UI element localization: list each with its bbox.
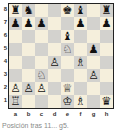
rank-label-2: 2 bbox=[1, 81, 7, 94]
rank-label-3: 3 bbox=[1, 68, 7, 81]
square-h8: ♜ bbox=[100, 4, 113, 17]
square-c4 bbox=[35, 56, 48, 69]
white-rook-icon: ♖ bbox=[10, 95, 20, 108]
square-g1 bbox=[87, 95, 100, 108]
rank-label-7: 7 bbox=[1, 16, 7, 29]
file-label-e: e bbox=[61, 110, 74, 119]
white-queen-icon: ♕ bbox=[62, 82, 72, 95]
file-label-g: g bbox=[87, 110, 100, 119]
black-knight-icon: ♞ bbox=[23, 4, 33, 17]
square-d3 bbox=[48, 69, 61, 82]
black-rook-icon: ♜ bbox=[101, 4, 111, 17]
square-d6 bbox=[48, 30, 61, 43]
square-c1 bbox=[35, 95, 48, 108]
black-bishop-icon: ♝ bbox=[62, 30, 72, 43]
square-g8 bbox=[87, 4, 100, 17]
black-pawn-icon: ♟ bbox=[10, 17, 20, 30]
white-bishop-icon: ♗ bbox=[75, 95, 85, 108]
chess-diagram: 87654321 ♜♞♚♝♜♟♟♟♟♟♝♘♟♙♗♘♙♙♙♙♕♖♔♗♛ abcde… bbox=[0, 0, 120, 134]
black-bishop-icon: ♝ bbox=[75, 4, 85, 17]
square-d7 bbox=[48, 17, 61, 30]
square-h7: ♟ bbox=[100, 17, 113, 30]
square-d5 bbox=[48, 43, 61, 56]
square-f6 bbox=[74, 30, 87, 43]
square-b6 bbox=[22, 30, 35, 43]
square-h5 bbox=[100, 43, 113, 56]
square-h6 bbox=[100, 30, 113, 43]
square-d4: ♙ bbox=[48, 56, 61, 69]
black-pawn-icon: ♟ bbox=[36, 17, 46, 30]
square-f2 bbox=[74, 82, 87, 95]
square-g3: ♙ bbox=[87, 69, 100, 82]
square-f8: ♝ bbox=[74, 4, 87, 17]
square-a8: ♜ bbox=[9, 4, 22, 17]
square-f3 bbox=[74, 69, 87, 82]
black-pawn-icon: ♟ bbox=[88, 43, 98, 56]
white-pawn-icon: ♙ bbox=[36, 82, 46, 95]
white-knight-icon: ♘ bbox=[36, 69, 46, 82]
white-pawn-icon: ♙ bbox=[49, 56, 59, 69]
square-c6 bbox=[35, 30, 48, 43]
white-pawn-icon: ♙ bbox=[23, 82, 33, 95]
rank-label-1: 1 bbox=[1, 94, 7, 107]
square-h1: ♛ bbox=[100, 95, 113, 108]
white-pawn-icon: ♙ bbox=[88, 69, 98, 82]
file-label-h: h bbox=[100, 110, 113, 119]
square-e5: ♘ bbox=[61, 43, 74, 56]
square-a1: ♖ bbox=[9, 95, 22, 108]
square-e7 bbox=[61, 17, 74, 30]
white-pawn-icon: ♙ bbox=[10, 82, 20, 95]
black-queen-icon: ♛ bbox=[101, 95, 111, 108]
square-a6 bbox=[9, 30, 22, 43]
square-d1 bbox=[48, 95, 61, 108]
square-f1: ♗ bbox=[74, 95, 87, 108]
square-h4 bbox=[100, 56, 113, 69]
square-e1: ♔ bbox=[61, 95, 74, 108]
square-e6: ♝ bbox=[61, 30, 74, 43]
square-g6 bbox=[87, 30, 100, 43]
square-g4 bbox=[87, 56, 100, 69]
square-a3 bbox=[9, 69, 22, 82]
square-c2: ♙ bbox=[35, 82, 48, 95]
square-c5 bbox=[35, 43, 48, 56]
diagram-caption: Posición tras 11... g5. bbox=[2, 122, 120, 129]
rank-label-8: 8 bbox=[1, 3, 7, 16]
black-rook-icon: ♜ bbox=[10, 4, 20, 17]
file-label-b: b bbox=[22, 110, 35, 119]
square-d2 bbox=[48, 82, 61, 95]
black-pawn-icon: ♟ bbox=[75, 17, 85, 30]
square-b4 bbox=[22, 56, 35, 69]
square-d8 bbox=[48, 4, 61, 17]
square-c8 bbox=[35, 4, 48, 17]
file-label-f: f bbox=[74, 110, 87, 119]
file-label-c: c bbox=[35, 110, 48, 119]
black-pawn-icon: ♟ bbox=[101, 17, 111, 30]
square-b7: ♟ bbox=[22, 17, 35, 30]
square-e8: ♚ bbox=[61, 4, 74, 17]
square-e2: ♕ bbox=[61, 82, 74, 95]
square-g7 bbox=[87, 17, 100, 30]
square-g2 bbox=[87, 82, 100, 95]
square-a4 bbox=[9, 56, 22, 69]
square-c3: ♘ bbox=[35, 69, 48, 82]
square-f4: ♗ bbox=[74, 56, 87, 69]
square-f5 bbox=[74, 43, 87, 56]
square-e3 bbox=[61, 69, 74, 82]
square-h3 bbox=[100, 69, 113, 82]
white-bishop-icon: ♗ bbox=[75, 56, 85, 69]
rank-label-4: 4 bbox=[1, 55, 7, 68]
square-b1 bbox=[22, 95, 35, 108]
square-b2: ♙ bbox=[22, 82, 35, 95]
white-king-icon: ♔ bbox=[62, 95, 72, 108]
black-pawn-icon: ♟ bbox=[23, 17, 33, 30]
square-h2 bbox=[100, 82, 113, 95]
rank-labels: 87654321 bbox=[1, 3, 7, 109]
square-c7: ♟ bbox=[35, 17, 48, 30]
file-label-d: d bbox=[48, 110, 61, 119]
rank-label-5: 5 bbox=[1, 42, 7, 55]
square-b8: ♞ bbox=[22, 4, 35, 17]
board-grid: ♜♞♚♝♜♟♟♟♟♟♝♘♟♙♗♘♙♙♙♙♕♖♔♗♛ bbox=[9, 4, 113, 108]
black-king-icon: ♚ bbox=[62, 4, 72, 17]
square-e4 bbox=[61, 56, 74, 69]
white-knight-icon: ♘ bbox=[62, 43, 72, 56]
board-frame: ♜♞♚♝♜♟♟♟♟♟♝♘♟♙♗♘♙♙♙♙♕♖♔♗♛ bbox=[8, 3, 114, 109]
square-a5 bbox=[9, 43, 22, 56]
square-b3 bbox=[22, 69, 35, 82]
rank-label-6: 6 bbox=[1, 29, 7, 42]
square-a2: ♙ bbox=[9, 82, 22, 95]
file-label-a: a bbox=[9, 110, 22, 119]
square-a7: ♟ bbox=[9, 17, 22, 30]
square-b5 bbox=[22, 43, 35, 56]
file-labels: abcdefgh bbox=[9, 110, 120, 119]
square-f7: ♟ bbox=[74, 17, 87, 30]
square-g5: ♟ bbox=[87, 43, 100, 56]
